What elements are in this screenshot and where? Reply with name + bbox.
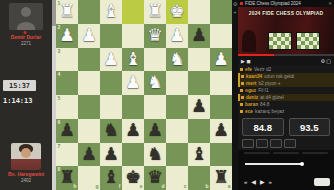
square-d6[interactable]: ♟ xyxy=(144,119,166,143)
chat-username[interactable]: ece xyxy=(245,109,253,114)
square-d2[interactable]: ♛ xyxy=(144,24,166,48)
black-rook-piece[interactable]: ♜ xyxy=(59,169,75,187)
square-e7[interactable] xyxy=(122,143,144,167)
square-a7[interactable] xyxy=(210,143,232,167)
square-h5[interactable]: 5 xyxy=(56,95,78,119)
top-player-avatar[interactable] xyxy=(9,3,43,30)
top-player-rating: 2271 xyxy=(0,41,52,46)
bottom-control-bar: «◀▶» xyxy=(238,150,334,190)
square-a2[interactable] xyxy=(210,24,232,48)
play-icon[interactable]: ▶ xyxy=(260,179,265,185)
eval-stat-right: 93.5 xyxy=(289,118,331,136)
square-g1[interactable] xyxy=(78,0,100,24)
square-e1[interactable] xyxy=(122,0,144,24)
mini-button[interactable] xyxy=(242,139,254,148)
gear-icon[interactable]: ⚙ xyxy=(233,2,237,7)
avatar-silhouette-icon xyxy=(21,7,31,17)
white-bishop-piece[interactable]: ♝ xyxy=(125,50,141,68)
stream-panel-main: FIDE Chess Olympiad 2024 ✕ 2024 FIDE CHE… xyxy=(238,0,334,190)
bottom-player-rating: 2402 xyxy=(0,178,52,183)
top-player-card: Demir Durlar 2271 15:37 xyxy=(0,0,52,95)
eval-stat-left: 84.8 xyxy=(242,118,284,136)
chat-text: 84.8 xyxy=(260,102,269,107)
avatar-face-icon xyxy=(21,148,31,158)
square-f8[interactable]: f♝ xyxy=(100,166,122,190)
square-e6[interactable]: ♟ xyxy=(122,119,144,143)
file-label: f xyxy=(119,184,121,189)
chat-text: Vezir d2 xyxy=(254,67,271,72)
chat-username[interactable]: oguz xyxy=(245,88,256,93)
chat-username[interactable]: deniz xyxy=(246,95,258,100)
chat-message: oguzFil f1 xyxy=(238,87,334,94)
square-d7[interactable]: ♞ xyxy=(144,143,166,167)
volume-slider[interactable] xyxy=(245,163,303,165)
white-pawn-piece[interactable]: ♟ xyxy=(81,26,97,44)
square-h2[interactable]: 2♟ xyxy=(56,24,78,48)
square-h6[interactable]: 6♟ xyxy=(56,119,78,143)
white-rook-piece[interactable]: ♜ xyxy=(147,3,163,21)
players-sidebar: Demir Durlar 2271 15:37 1:14:13 Bo. Hare… xyxy=(0,0,52,190)
eval-stats: 84.8 93.5 xyxy=(238,115,334,138)
chess-board[interactable]: 1♜♝♜♚2♟♟♛♟♟3♟♝♞♟4♟♞5♟6♟♞♟♟♟7♟♟♞♝8h♜gf♝e♚… xyxy=(56,0,232,190)
square-e8[interactable]: e♚ xyxy=(122,166,144,190)
black-rook-piece[interactable]: ♜ xyxy=(213,169,229,187)
mini-button[interactable] xyxy=(284,139,296,148)
white-queen-piece[interactable]: ♛ xyxy=(147,26,163,44)
square-a6[interactable]: ♟ xyxy=(210,119,232,143)
white-bishop-piece[interactable]: ♝ xyxy=(103,3,119,21)
black-pawn-piece[interactable]: ♟ xyxy=(213,121,229,139)
mini-button[interactable] xyxy=(270,139,282,148)
settings-fullscreen-icons[interactable]: ⚙ ▢ xyxy=(320,58,331,64)
thumbnail-board-icon xyxy=(296,32,320,50)
user-badge-icon xyxy=(241,75,244,78)
black-pawn-piece[interactable]: ♟ xyxy=(147,121,163,139)
logo-badge xyxy=(314,178,330,186)
square-d3[interactable] xyxy=(144,48,166,72)
square-c8[interactable]: c xyxy=(166,166,188,190)
rank-label: 5 xyxy=(58,96,61,101)
square-g6[interactable] xyxy=(78,119,100,143)
white-pawn-piece[interactable]: ♟ xyxy=(169,26,185,44)
square-c7[interactable] xyxy=(166,143,188,167)
black-pawn-piece[interactable]: ♟ xyxy=(125,121,141,139)
white-king-piece[interactable]: ♚ xyxy=(169,3,185,21)
square-h8[interactable]: 8h♜ xyxy=(56,166,78,190)
bottom-player-card: 1:14:13 Bo. Haregweini 2402 xyxy=(0,95,52,190)
square-a3[interactable]: ♟ xyxy=(210,48,232,72)
square-h1[interactable]: 1♜ xyxy=(56,0,78,24)
user-badge-icon xyxy=(241,82,244,85)
square-f6[interactable]: ♞ xyxy=(100,119,122,143)
black-bishop-piece[interactable]: ♝ xyxy=(191,145,207,163)
square-e2[interactable] xyxy=(122,24,144,48)
square-h7[interactable]: 7 xyxy=(56,143,78,167)
square-g2[interactable]: ♟ xyxy=(78,24,100,48)
square-e4[interactable]: ♟ xyxy=(122,71,144,95)
square-h3[interactable]: 3 xyxy=(56,48,78,72)
square-g3[interactable] xyxy=(78,48,100,72)
chat-text: Fil f1 xyxy=(258,88,268,93)
file-label: g xyxy=(95,184,98,189)
black-knight-piece[interactable]: ♞ xyxy=(147,145,163,163)
video-player[interactable]: 2024 FIDE CHESS OLYMPIAD xyxy=(238,7,334,56)
avatar-silhouette-body-icon xyxy=(17,22,35,30)
chat-message: baran84.8 xyxy=(238,101,334,108)
square-d5[interactable] xyxy=(144,95,166,119)
square-c1[interactable]: ♚ xyxy=(166,0,188,24)
square-g4[interactable] xyxy=(78,71,100,95)
square-b2[interactable]: ♟ xyxy=(188,24,210,48)
black-pawn-piece[interactable]: ♟ xyxy=(191,98,207,116)
square-f4[interactable] xyxy=(100,71,122,95)
first-move-icon[interactable]: « xyxy=(244,179,247,185)
white-rook-piece[interactable]: ♜ xyxy=(59,3,75,21)
mini-buttons-row xyxy=(238,138,334,150)
square-a5[interactable] xyxy=(210,95,232,119)
user-badge-icon xyxy=(240,89,243,92)
video-overlay-title: 2024 FIDE CHESS OLYMPIAD xyxy=(238,10,334,16)
top-player-name: Demir Durlar xyxy=(0,34,52,40)
video-progress-fill xyxy=(238,54,274,56)
square-c5[interactable] xyxy=(166,95,188,119)
video-progress-bar[interactable] xyxy=(238,54,334,56)
rank-label: 4 xyxy=(58,72,61,77)
bottom-player-clock: 1:14:13 xyxy=(3,97,33,105)
mini-button[interactable] xyxy=(256,139,268,148)
square-a8[interactable]: a♜ xyxy=(210,166,232,190)
chat-username[interactable]: mert xyxy=(246,81,256,86)
square-b6[interactable] xyxy=(188,119,210,143)
prev-move-icon[interactable]: ◀ xyxy=(251,179,256,185)
square-c3[interactable]: ♞ xyxy=(166,48,188,72)
play-pause-icons[interactable]: ▶ ◼ xyxy=(241,58,250,64)
square-b3[interactable] xyxy=(188,48,210,72)
black-pawn-piece[interactable]: ♟ xyxy=(191,26,207,44)
plus-icon[interactable]: + xyxy=(234,10,237,15)
user-badge-icon xyxy=(241,96,244,99)
chat-message: denizat d4 güzel xyxy=(238,94,334,101)
black-king-piece[interactable]: ♚ xyxy=(125,169,141,187)
black-bishop-piece[interactable]: ♝ xyxy=(103,169,119,187)
white-pawn-piece[interactable]: ♟ xyxy=(213,50,229,68)
chat-text: at d4 güzel xyxy=(260,95,283,100)
black-pawn-piece[interactable]: ♟ xyxy=(59,121,75,139)
chat-username[interactable]: efe xyxy=(245,67,252,72)
square-d8[interactable]: d♛ xyxy=(144,166,166,190)
user-badge-icon xyxy=(240,103,243,106)
chat-message: ecekazanç beyaz xyxy=(238,108,334,115)
chat-text: uzun rok geldi xyxy=(264,74,294,79)
square-d1[interactable]: ♜ xyxy=(144,0,166,24)
square-d4[interactable]: ♞ xyxy=(144,71,166,95)
black-pawn-piece[interactable]: ♟ xyxy=(81,145,97,163)
presenter-silhouette-icon xyxy=(242,30,256,52)
white-pawn-piece[interactable]: ♟ xyxy=(125,74,141,92)
black-queen-piece[interactable]: ♛ xyxy=(147,169,163,187)
white-knight-piece[interactable]: ♞ xyxy=(169,50,185,68)
chat-text: b2 piyon + xyxy=(258,81,280,86)
chat-text: kazanç beyaz xyxy=(255,109,284,114)
file-label: b xyxy=(205,184,208,189)
square-b1[interactable] xyxy=(188,0,210,24)
rank-label: 3 xyxy=(58,49,61,54)
chat-message: mertb2 piyon + xyxy=(238,80,334,87)
square-b7[interactable]: ♝ xyxy=(188,143,210,167)
white-pawn-piece[interactable]: ♟ xyxy=(59,26,75,44)
live-dot-icon xyxy=(23,31,26,34)
square-f5[interactable] xyxy=(100,95,122,119)
chat-message: kaan34uzun rok geldi xyxy=(238,73,334,80)
square-c4[interactable] xyxy=(166,71,188,95)
square-f2[interactable] xyxy=(100,24,122,48)
square-c2[interactable]: ♟ xyxy=(166,24,188,48)
close-icon[interactable]: ✕ xyxy=(328,1,332,6)
chat-username[interactable]: baran xyxy=(245,102,258,107)
status-row xyxy=(244,152,328,154)
slider-knob-icon[interactable] xyxy=(300,162,304,166)
stream-panel: ⚙+ FIDE Chess Olympiad 2024 ✕ 2024 FIDE … xyxy=(232,0,334,190)
bottom-player-name: Bo. Haregweini xyxy=(0,171,52,177)
record-dot-icon xyxy=(240,2,243,5)
move-transport-controls: «◀▶» xyxy=(244,179,272,185)
chat-list: efeVezir d2kaan34uzun rok geldimertb2 pi… xyxy=(238,65,334,115)
square-b4[interactable] xyxy=(188,71,210,95)
white-knight-piece[interactable]: ♞ xyxy=(147,74,163,92)
white-pawn-piece[interactable]: ♟ xyxy=(103,50,119,68)
top-player-clock: 15:37 xyxy=(3,80,36,91)
black-pawn-piece[interactable]: ♟ xyxy=(103,145,119,163)
square-e3[interactable]: ♝ xyxy=(122,48,144,72)
square-b5[interactable]: ♟ xyxy=(188,95,210,119)
square-f1[interactable]: ♝ xyxy=(100,0,122,24)
bottom-player-avatar[interactable] xyxy=(11,143,41,170)
stream-titlebar: FIDE Chess Olympiad 2024 ✕ xyxy=(238,0,334,7)
file-label: c xyxy=(184,184,187,189)
user-badge-icon xyxy=(240,110,243,113)
stream-title: FIDE Chess Olympiad 2024 xyxy=(245,1,301,6)
square-g5[interactable] xyxy=(78,95,100,119)
square-f3[interactable]: ♟ xyxy=(100,48,122,72)
video-controls: ▶ ◼ ⚙ ▢ xyxy=(238,56,334,65)
square-e5[interactable] xyxy=(122,95,144,119)
square-g8[interactable]: g xyxy=(78,166,100,190)
last-move-icon[interactable]: » xyxy=(269,179,272,185)
user-badge-icon xyxy=(240,68,243,71)
square-a4[interactable] xyxy=(210,71,232,95)
chess-broadcast-app: Demir Durlar 2271 15:37 1:14:13 Bo. Hare… xyxy=(0,0,334,190)
thumbnail-board-icon xyxy=(268,32,292,50)
black-knight-piece[interactable]: ♞ xyxy=(103,121,119,139)
square-a1[interactable] xyxy=(210,0,232,24)
rank-label: 7 xyxy=(58,144,61,149)
square-f7[interactable]: ♟ xyxy=(100,143,122,167)
square-c6[interactable] xyxy=(166,119,188,143)
square-b8[interactable]: b xyxy=(188,166,210,190)
chat-username[interactable]: kaan34 xyxy=(246,74,262,79)
square-h4[interactable]: 4 xyxy=(56,71,78,95)
chat-message: efeVezir d2 xyxy=(238,66,334,73)
square-g7[interactable]: ♟ xyxy=(78,143,100,167)
